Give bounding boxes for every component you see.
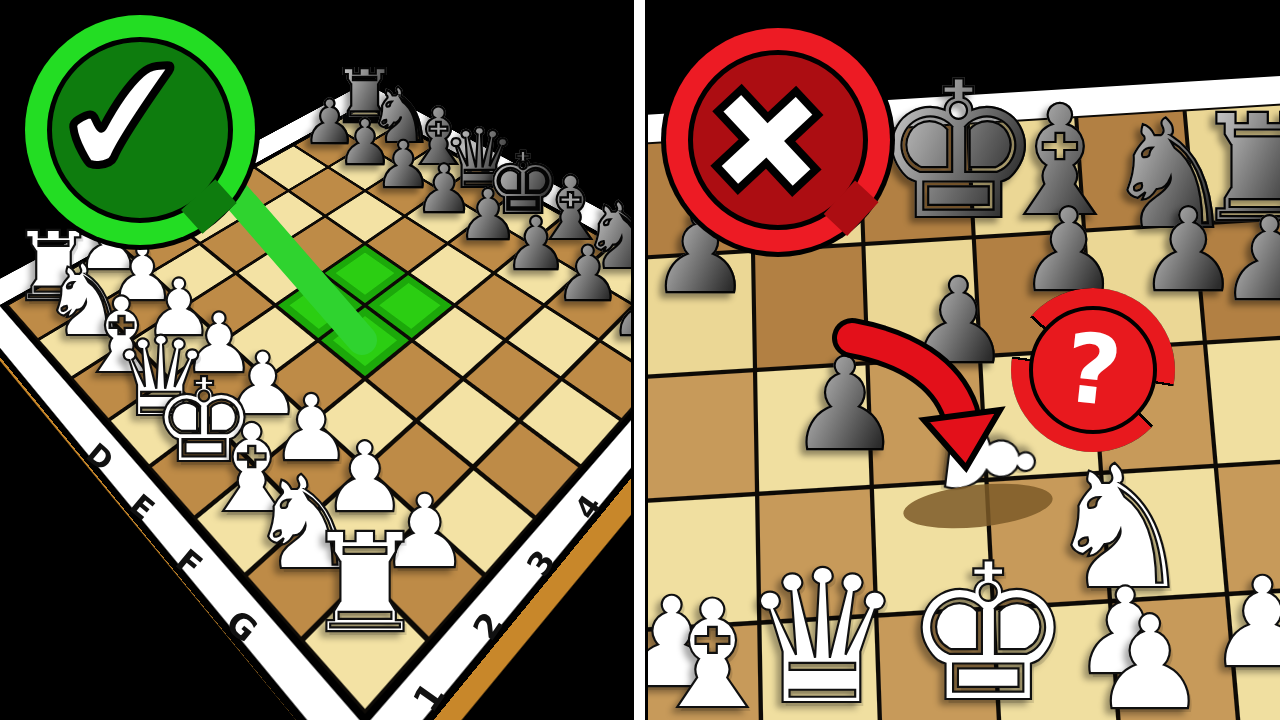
white-rook: ♜ [304, 515, 427, 652]
black-pawn-moving: ♟ [788, 340, 903, 468]
check-icon: ✔ [25, 15, 255, 245]
white-king: ♚ [903, 539, 1073, 720]
square-r2c0 [648, 370, 757, 501]
black-pawn: ♟ [1218, 202, 1280, 317]
white-bishop: ♝ [648, 580, 779, 720]
square-r2c5 [1205, 336, 1280, 466]
correct-move-panel: DEFG12344 ♜♞♝♛♚♝♞♜♟♟♟♟♟♟♟♟♟♟♟♟♟♟♟♟♜♞♝♛♚♝… [0, 0, 633, 720]
panel-divider [631, 0, 648, 720]
incorrect-move-panel: ♚♝♞♜♟♟♟♟♟♟♟♞♟♟♟♟♝♛♚ ? ✖ [648, 0, 1280, 720]
question-icon: ? [1011, 288, 1175, 452]
white-pawn: ♟ [1206, 559, 1280, 684]
cross-icon: ✖ [666, 28, 890, 252]
question-mark: ? [1059, 311, 1126, 428]
cross-glyph: ✖ [701, 66, 832, 220]
checkmark-glyph: ✔ [45, 26, 204, 210]
black-pawn: ♟ [609, 268, 633, 347]
question-disc: ? [1029, 306, 1157, 434]
black-pawn: ♟ [905, 262, 1011, 380]
white-pawn: ♟ [1092, 598, 1209, 720]
